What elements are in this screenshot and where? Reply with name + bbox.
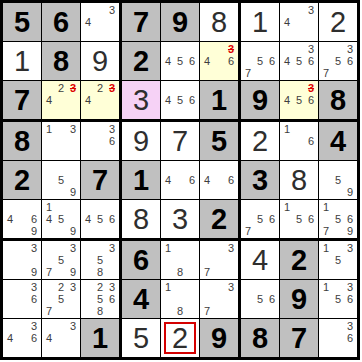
entered-digit: 5: [133, 324, 149, 353]
candidate-digit: 4: [281, 55, 293, 67]
pencil-marks: 18: [162, 281, 198, 317]
pencil-marks: 1356: [320, 281, 356, 317]
cell-r8c6[interactable]: 37: [200, 280, 241, 319]
cell-r7c1[interactable]: 39: [3, 241, 42, 280]
pencil-marks: 1459: [43, 201, 79, 237]
given-digit: 7: [133, 8, 149, 37]
given-digit: 2: [211, 205, 227, 234]
pencil-marks: 3579: [43, 242, 79, 278]
candidate-digit: 5: [55, 293, 67, 305]
candidate-digit: 6: [305, 55, 317, 67]
given-digit: 3: [252, 166, 268, 195]
cell-r5c3[interactable]: 7: [81, 161, 122, 200]
pencil-marks: 2357: [43, 281, 79, 317]
cell-r3c9[interactable]: 8: [319, 81, 357, 122]
pencil-marks: 37: [201, 281, 237, 317]
given-digit: 7: [92, 166, 108, 195]
candidate-digit: 4: [43, 332, 55, 344]
cell-r2c8[interactable]: 3456: [280, 42, 319, 81]
candidate-digit: 3: [106, 4, 118, 16]
cell-r2c4[interactable]: 2: [122, 42, 161, 81]
candidate-digit: 1: [281, 201, 293, 213]
candidate-digit: 5: [55, 174, 67, 186]
cell-r2c6[interactable]: 346: [200, 42, 241, 81]
cell-r8c3[interactable]: 23568: [81, 280, 122, 319]
cell-r7c8[interactable]: 2: [280, 241, 319, 280]
given-digit: 7: [14, 86, 30, 115]
candidate-digit: 3: [305, 43, 317, 55]
candidate-digit: 9: [344, 225, 356, 237]
candidate-digit: 5: [94, 254, 106, 266]
candidate-digit: 6: [106, 135, 118, 147]
pencil-marks: 59: [43, 162, 79, 198]
cell-r1c4[interactable]: 7: [122, 3, 161, 42]
candidate-digit: 6: [344, 332, 356, 344]
cell-r4c7[interactable]: 2: [241, 122, 280, 161]
candidate-digit: 4: [201, 174, 213, 186]
cell-r6c7[interactable]: 567: [241, 200, 280, 241]
given-digit: 5: [14, 8, 30, 37]
pencil-marks: 34: [281, 4, 317, 40]
pencil-marks: 59: [320, 162, 356, 198]
candidate-digit: 8: [94, 305, 106, 317]
candidate-digit: 4: [43, 94, 55, 106]
pencil-marks: 567: [242, 43, 278, 79]
candidate-digit: 1: [320, 281, 332, 293]
entered-digit: 2: [252, 127, 268, 156]
given-digit: 6: [133, 246, 149, 275]
cell-r7c9[interactable]: 135: [319, 241, 357, 280]
given-digit: 2: [14, 166, 30, 195]
eliminated-candidate-digit: 3: [305, 82, 317, 94]
candidate-digit: 4: [162, 174, 174, 186]
pencil-marks: 46: [162, 162, 198, 198]
cell-r1c9[interactable]: 2: [319, 3, 357, 42]
cell-r1c6[interactable]: 8: [200, 3, 241, 42]
given-digit: 8: [14, 127, 30, 156]
given-digit: 4: [133, 285, 149, 314]
pencil-marks: 46: [201, 162, 237, 198]
candidate-digit: 5: [293, 213, 305, 225]
candidate-digit: 3: [28, 320, 40, 332]
cell-r2c9[interactable]: 3567: [319, 42, 357, 81]
cell-r9c1[interactable]: 346: [3, 319, 42, 357]
candidate-digit: 5: [332, 174, 344, 186]
cell-r6c5[interactable]: 3: [161, 200, 200, 241]
candidate-digit: 3: [106, 242, 118, 254]
cell-r5c4[interactable]: 1: [122, 161, 161, 200]
candidate-digit: 6: [28, 332, 40, 344]
cell-r6c4[interactable]: 8: [122, 200, 161, 241]
cell-r4c8[interactable]: 16: [280, 122, 319, 161]
cell-r9c8[interactable]: 7: [280, 319, 319, 357]
cell-r6c1[interactable]: 469: [3, 200, 42, 241]
candidate-digit: 2: [55, 281, 67, 293]
candidate-digit: 5: [332, 55, 344, 67]
candidate-digit: 9: [28, 266, 40, 278]
entered-digit: 4: [252, 246, 268, 275]
candidate-digit: 1: [162, 242, 174, 254]
cell-r5c7[interactable]: 3: [241, 161, 280, 200]
candidate-digit: 7: [320, 67, 332, 79]
entered-digit: 3: [172, 205, 188, 234]
candidate-digit: 5: [332, 293, 344, 305]
pencil-marks: 34: [82, 4, 118, 40]
cell-r3c8[interactable]: 3456: [280, 81, 319, 122]
pencil-marks: 469: [4, 201, 40, 237]
eliminated-candidate-digit: 3: [67, 82, 79, 94]
candidate-digit: 3: [344, 281, 356, 293]
pencil-marks: 456: [82, 201, 118, 237]
given-digit: 8: [252, 324, 268, 353]
given-digit: 6: [53, 8, 69, 37]
candidate-digit: 6: [305, 213, 317, 225]
pencil-marks: 18: [162, 242, 198, 278]
cell-r8c4[interactable]: 4: [122, 280, 161, 319]
entered-digit: 7: [172, 127, 188, 156]
candidate-digit: 7: [320, 225, 332, 237]
candidate-digit: 8: [174, 266, 186, 278]
pencil-marks: 234: [82, 82, 118, 118]
entered-digit: 9: [92, 47, 108, 76]
pencil-marks: 346: [201, 43, 237, 79]
candidate-digit: 5: [293, 55, 305, 67]
cell-r5c6[interactable]: 46: [200, 161, 241, 200]
candidate-digit: 4: [82, 94, 94, 106]
cell-r3c1[interactable]: 7: [3, 81, 42, 122]
candidate-digit: 6: [225, 55, 237, 67]
pencil-marks: 358: [82, 242, 118, 278]
cell-r6c6[interactable]: 2: [200, 200, 241, 241]
eliminated-candidate-digit: 3: [106, 82, 118, 94]
candidate-digit: 5: [94, 213, 106, 225]
cell-r9c5[interactable]: 2: [161, 319, 200, 357]
pencil-marks: 3456: [281, 82, 317, 118]
candidate-digit: 6: [225, 174, 237, 186]
pencil-marks: 15679: [320, 201, 356, 237]
candidate-digit: 3: [106, 123, 118, 135]
given-digit: 8: [53, 47, 69, 76]
cell-r9c6[interactable]: 9: [200, 319, 241, 357]
cell-r4c9[interactable]: 4: [319, 122, 357, 161]
candidate-digit: 6: [305, 94, 317, 106]
candidate-digit: 4: [162, 55, 174, 67]
candidate-digit: 7: [43, 305, 55, 317]
candidate-digit: 1: [320, 242, 332, 254]
pencil-marks: 567: [242, 201, 278, 237]
candidate-digit: 4: [162, 94, 174, 106]
sudoku-board: 5634798134218924563465673456356772342343…: [0, 0, 360, 360]
cell-r8c5[interactable]: 18: [161, 280, 200, 319]
cell-r4c2[interactable]: 13: [42, 122, 81, 161]
candidate-digit: 4: [281, 94, 293, 106]
cell-r1c1[interactable]: 5: [3, 3, 42, 42]
cell-r9c9[interactable]: 36: [319, 319, 357, 357]
cell-r8c1[interactable]: 36: [3, 280, 42, 319]
given-digit: 2: [133, 47, 149, 76]
candidate-digit: 3: [344, 242, 356, 254]
given-digit: 4: [330, 127, 346, 156]
cell-r4c4[interactable]: 9: [122, 122, 161, 161]
cell-r4c3[interactable]: 36: [81, 122, 122, 161]
candidate-digit: 7: [242, 67, 254, 79]
cell-r3c6[interactable]: 1: [200, 81, 241, 122]
pencil-marks: 156: [281, 201, 317, 237]
candidate-digit: 6: [186, 174, 198, 186]
candidate-digit: 3: [305, 4, 317, 16]
cell-r9c3[interactable]: 1: [81, 319, 122, 357]
candidate-digit: 7: [43, 266, 55, 278]
candidate-digit: 9: [67, 225, 79, 237]
entered-digit: 2: [172, 324, 188, 353]
candidate-digit: 1: [43, 123, 55, 135]
cell-r1c5[interactable]: 9: [161, 3, 200, 42]
pencil-marks: 234: [43, 82, 79, 118]
candidate-digit: 3: [28, 242, 40, 254]
entered-digit: 9: [133, 127, 149, 156]
pencil-marks: 456: [162, 43, 198, 79]
candidate-digit: 7: [201, 266, 213, 278]
candidate-digit: 4: [43, 213, 55, 225]
cell-r5c9[interactable]: 59: [319, 161, 357, 200]
cell-r5c1[interactable]: 2: [3, 161, 42, 200]
candidate-digit: 2: [55, 82, 67, 94]
pencil-marks: 13: [43, 123, 79, 159]
cell-r8c7[interactable]: 56: [241, 280, 280, 319]
candidate-digit: 6: [28, 293, 40, 305]
candidate-digit: 6: [106, 213, 118, 225]
candidate-digit: 5: [254, 55, 266, 67]
candidate-digit: 3: [67, 242, 79, 254]
cell-r5c5[interactable]: 46: [161, 161, 200, 200]
cell-r7c5[interactable]: 18: [161, 241, 200, 280]
cell-r4c1[interactable]: 8: [3, 122, 42, 161]
cell-r8c2[interactable]: 2357: [42, 280, 81, 319]
entered-digit: 8: [291, 166, 307, 195]
candidate-digit: 3: [106, 281, 118, 293]
pencil-marks: 135: [320, 242, 356, 278]
candidate-digit: 5: [55, 213, 67, 225]
cell-r9c7[interactable]: 8: [241, 319, 280, 357]
candidate-digit: 3: [67, 123, 79, 135]
candidate-digit: 6: [266, 293, 278, 305]
candidate-digit: 6: [186, 55, 198, 67]
entered-digit: 1: [14, 47, 30, 76]
cell-r1c2[interactable]: 6: [42, 3, 81, 42]
candidate-digit: 2: [94, 82, 106, 94]
cell-r7c2[interactable]: 3579: [42, 241, 81, 280]
candidate-digit: 3: [344, 43, 356, 55]
given-digit: 7: [291, 324, 307, 353]
entered-digit: 2: [330, 8, 346, 37]
cell-r1c7[interactable]: 1: [241, 3, 280, 42]
candidate-digit: 6: [344, 55, 356, 67]
candidate-digit: 5: [174, 94, 186, 106]
candidate-digit: 5: [254, 293, 266, 305]
candidate-digit: 5: [254, 213, 266, 225]
candidate-digit: 4: [201, 55, 213, 67]
candidate-digit: 6: [28, 213, 40, 225]
candidate-digit: 7: [201, 305, 213, 317]
cell-r3c3[interactable]: 234: [81, 81, 122, 122]
given-digit: 9: [211, 324, 227, 353]
cell-r9c4[interactable]: 5: [122, 319, 161, 357]
candidate-digit: 6: [344, 213, 356, 225]
cell-r6c2[interactable]: 1459: [42, 200, 81, 241]
given-digit: 9: [172, 8, 188, 37]
candidate-digit: 5: [332, 213, 344, 225]
candidate-digit: 4: [281, 16, 293, 28]
given-digit: 1: [133, 166, 149, 195]
cell-r6c9[interactable]: 15679: [319, 200, 357, 241]
pencil-marks: 39: [4, 242, 40, 278]
candidate-digit: 4: [82, 213, 94, 225]
pencil-marks: 36: [4, 281, 40, 317]
cell-r6c8[interactable]: 156: [280, 200, 319, 241]
candidate-digit: 5: [94, 293, 106, 305]
candidate-digit: 1: [281, 123, 293, 135]
cell-r7c4[interactable]: 6: [122, 241, 161, 280]
entered-digit: 8: [211, 8, 227, 37]
candidate-digit: 5: [332, 254, 344, 266]
given-digit: 9: [291, 285, 307, 314]
pencil-marks: 3456: [281, 43, 317, 79]
candidate-digit: 9: [344, 186, 356, 198]
pencil-marks: 34: [43, 320, 79, 356]
candidate-digit: 6: [344, 293, 356, 305]
cell-r3c2[interactable]: 234: [42, 81, 81, 122]
given-digit: 8: [330, 86, 346, 115]
pencil-marks: 37: [201, 242, 237, 278]
candidate-digit: 9: [67, 266, 79, 278]
candidate-digit: 1: [320, 201, 332, 213]
candidate-digit: 7: [242, 225, 254, 237]
pencil-marks: 36: [82, 123, 118, 159]
cell-r7c7[interactable]: 4: [241, 241, 280, 280]
pencil-marks: 23568: [82, 281, 118, 317]
candidate-digit: 2: [94, 281, 106, 293]
candidate-digit: 3: [67, 281, 79, 293]
cell-r8c9[interactable]: 1356: [319, 280, 357, 319]
given-digit: 2: [291, 246, 307, 275]
cell-r1c3[interactable]: 34: [81, 3, 122, 42]
entered-digit: 8: [133, 205, 149, 234]
cell-r2c5[interactable]: 456: [161, 42, 200, 81]
cell-r7c3[interactable]: 358: [81, 241, 122, 280]
cell-r3c4[interactable]: 3: [122, 81, 161, 122]
candidate-digit: 3: [225, 242, 237, 254]
cell-r3c5[interactable]: 456: [161, 81, 200, 122]
candidate-digit: 4: [4, 213, 16, 225]
candidate-digit: 5: [174, 55, 186, 67]
given-digit: 1: [211, 86, 227, 115]
given-digit: 1: [92, 324, 108, 353]
cell-r6c3[interactable]: 456: [81, 200, 122, 241]
candidate-digit: 6: [186, 94, 198, 106]
cell-r2c1[interactable]: 1: [3, 42, 42, 81]
candidate-digit: 3: [344, 320, 356, 332]
pencil-marks: 16: [281, 123, 317, 159]
cell-r2c2[interactable]: 8: [42, 42, 81, 81]
cell-r2c7[interactable]: 567: [241, 42, 280, 81]
pencil-marks: 3567: [320, 43, 356, 79]
candidate-digit: 1: [162, 281, 174, 293]
candidate-digit: 1: [43, 201, 55, 213]
candidate-digit: 8: [174, 305, 186, 317]
pencil-marks: 36: [320, 320, 356, 356]
entered-digit: 1: [252, 8, 268, 37]
cell-r8c8[interactable]: 9: [280, 280, 319, 319]
pencil-marks: 456: [162, 82, 198, 118]
cell-r1c8[interactable]: 34: [280, 3, 319, 42]
candidate-digit: 6: [266, 55, 278, 67]
cell-r3c7[interactable]: 9: [241, 81, 280, 122]
cell-r4c5[interactable]: 7: [161, 122, 200, 161]
cell-r5c8[interactable]: 8: [280, 161, 319, 200]
cell-r4c6[interactable]: 5: [200, 122, 241, 161]
candidate-digit: 4: [4, 332, 16, 344]
candidate-digit: 9: [67, 186, 79, 198]
given-digit: 5: [211, 127, 227, 156]
candidate-digit: 8: [94, 266, 106, 278]
cell-r7c6[interactable]: 37: [200, 241, 241, 280]
candidate-digit: 3: [28, 281, 40, 293]
pencil-marks: 346: [4, 320, 40, 356]
candidate-digit: 6: [305, 135, 317, 147]
cell-r5c2[interactable]: 59: [42, 161, 81, 200]
cell-r2c3[interactable]: 9: [81, 42, 122, 81]
candidate-digit: 4: [82, 16, 94, 28]
given-digit: 9: [252, 86, 268, 115]
candidate-digit: 3: [67, 320, 79, 332]
candidate-digit: 6: [106, 293, 118, 305]
candidate-digit: 6: [266, 213, 278, 225]
candidate-digit: 5: [55, 254, 67, 266]
pencil-marks: 56: [242, 281, 278, 317]
entered-digit: 3: [133, 86, 149, 115]
eliminated-candidate-digit: 3: [225, 43, 237, 55]
candidate-digit: 5: [293, 94, 305, 106]
candidate-digit: 9: [28, 225, 40, 237]
candidate-digit: 3: [225, 281, 237, 293]
cell-r9c2[interactable]: 34: [42, 319, 81, 357]
